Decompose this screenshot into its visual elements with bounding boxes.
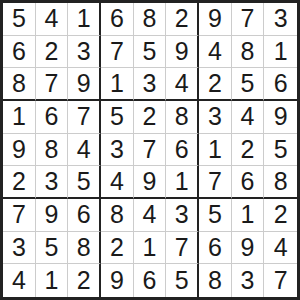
- cell-r9c1[interactable]: 4: [3, 264, 36, 297]
- cell-r5c9[interactable]: 5: [264, 134, 297, 167]
- cell-r2c3[interactable]: 3: [68, 36, 101, 69]
- cell-r7c6[interactable]: 3: [166, 199, 199, 232]
- cell-r9c3[interactable]: 2: [68, 264, 101, 297]
- cell-r2c1[interactable]: 6: [3, 36, 36, 69]
- cell-r8c6[interactable]: 7: [166, 232, 199, 265]
- cell-r7c7[interactable]: 5: [199, 199, 232, 232]
- cell-r6c9[interactable]: 8: [264, 166, 297, 199]
- cell-r1c3[interactable]: 1: [68, 3, 101, 36]
- cell-r3c1[interactable]: 8: [3, 68, 36, 101]
- cell-r7c1[interactable]: 7: [3, 199, 36, 232]
- cell-r1c8[interactable]: 7: [232, 3, 265, 36]
- cell-r1c2[interactable]: 4: [36, 3, 69, 36]
- cell-r6c8[interactable]: 6: [232, 166, 265, 199]
- cell-r7c8[interactable]: 1: [232, 199, 265, 232]
- cell-r5c5[interactable]: 7: [134, 134, 167, 167]
- cell-r6c7[interactable]: 7: [199, 166, 232, 199]
- cell-r4c4[interactable]: 5: [101, 101, 134, 134]
- cell-r1c6[interactable]: 2: [166, 3, 199, 36]
- cell-r8c9[interactable]: 4: [264, 232, 297, 265]
- cell-r6c1[interactable]: 2: [3, 166, 36, 199]
- cell-r8c2[interactable]: 5: [36, 232, 69, 265]
- cell-r5c4[interactable]: 3: [101, 134, 134, 167]
- cell-r5c7[interactable]: 1: [199, 134, 232, 167]
- cell-r3c9[interactable]: 6: [264, 68, 297, 101]
- cell-r8c4[interactable]: 2: [101, 232, 134, 265]
- cell-r6c2[interactable]: 3: [36, 166, 69, 199]
- cell-r1c7[interactable]: 9: [199, 3, 232, 36]
- cell-r8c3[interactable]: 8: [68, 232, 101, 265]
- cell-r3c3[interactable]: 9: [68, 68, 101, 101]
- cell-r7c9[interactable]: 2: [264, 199, 297, 232]
- cell-r4c9[interactable]: 9: [264, 101, 297, 134]
- cell-r5c1[interactable]: 9: [3, 134, 36, 167]
- cell-r9c9[interactable]: 7: [264, 264, 297, 297]
- cell-r7c3[interactable]: 6: [68, 199, 101, 232]
- cell-r9c7[interactable]: 8: [199, 264, 232, 297]
- cell-r8c5[interactable]: 1: [134, 232, 167, 265]
- sudoku-board: 5416829736237594818791342561675283499843…: [0, 0, 300, 300]
- cell-r2c6[interactable]: 9: [166, 36, 199, 69]
- cell-r4c6[interactable]: 8: [166, 101, 199, 134]
- cell-r8c1[interactable]: 3: [3, 232, 36, 265]
- cell-r1c4[interactable]: 6: [101, 3, 134, 36]
- cell-r7c4[interactable]: 8: [101, 199, 134, 232]
- cell-r9c5[interactable]: 6: [134, 264, 167, 297]
- cell-r9c8[interactable]: 3: [232, 264, 265, 297]
- cell-r2c8[interactable]: 8: [232, 36, 265, 69]
- cell-r4c8[interactable]: 4: [232, 101, 265, 134]
- cell-r9c4[interactable]: 9: [101, 264, 134, 297]
- cell-r4c7[interactable]: 3: [199, 101, 232, 134]
- cell-r9c6[interactable]: 5: [166, 264, 199, 297]
- cell-r2c5[interactable]: 5: [134, 36, 167, 69]
- cell-r5c3[interactable]: 4: [68, 134, 101, 167]
- cell-r3c7[interactable]: 2: [199, 68, 232, 101]
- cell-r6c4[interactable]: 4: [101, 166, 134, 199]
- cell-r2c7[interactable]: 4: [199, 36, 232, 69]
- cell-r1c5[interactable]: 8: [134, 3, 167, 36]
- cell-r9c2[interactable]: 1: [36, 264, 69, 297]
- cell-r7c5[interactable]: 4: [134, 199, 167, 232]
- cell-r4c2[interactable]: 6: [36, 101, 69, 134]
- cell-r3c4[interactable]: 1: [101, 68, 134, 101]
- cell-r2c4[interactable]: 7: [101, 36, 134, 69]
- cell-r5c6[interactable]: 6: [166, 134, 199, 167]
- cell-r1c1[interactable]: 5: [3, 3, 36, 36]
- cell-r4c3[interactable]: 7: [68, 101, 101, 134]
- cell-r8c8[interactable]: 9: [232, 232, 265, 265]
- cell-r5c2[interactable]: 8: [36, 134, 69, 167]
- cell-r1c9[interactable]: 3: [264, 3, 297, 36]
- cell-r2c2[interactable]: 2: [36, 36, 69, 69]
- cell-r3c6[interactable]: 4: [166, 68, 199, 101]
- cell-r3c5[interactable]: 3: [134, 68, 167, 101]
- cell-r4c5[interactable]: 2: [134, 101, 167, 134]
- cell-r6c5[interactable]: 9: [134, 166, 167, 199]
- cell-r5c8[interactable]: 2: [232, 134, 265, 167]
- cell-r8c7[interactable]: 6: [199, 232, 232, 265]
- cell-r4c1[interactable]: 1: [3, 101, 36, 134]
- cell-r6c3[interactable]: 5: [68, 166, 101, 199]
- cell-r3c8[interactable]: 5: [232, 68, 265, 101]
- cell-r2c9[interactable]: 1: [264, 36, 297, 69]
- cell-r7c2[interactable]: 9: [36, 199, 69, 232]
- cell-r6c6[interactable]: 1: [166, 166, 199, 199]
- cell-r3c2[interactable]: 7: [36, 68, 69, 101]
